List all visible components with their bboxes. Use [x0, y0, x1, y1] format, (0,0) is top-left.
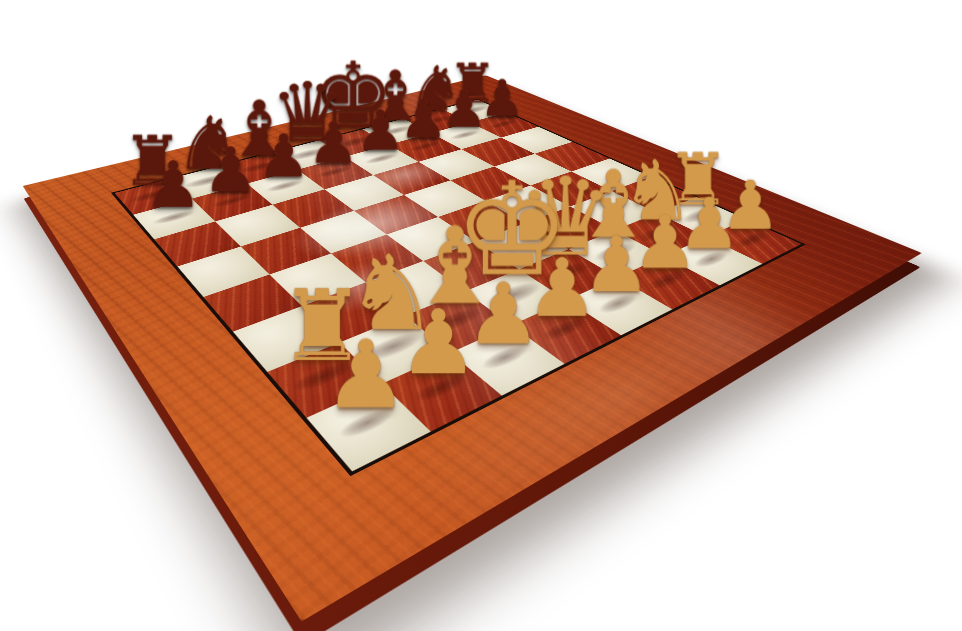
piece-white-pawn-a1: ♟ — [263, 328, 469, 422]
pawn-glyph: ♟ — [263, 328, 469, 422]
chess-board: ♜♞♝♛♚♝♞♜♟♟♟♟♟♟♟♟♜♞♝♚♛♝♞♜♟♟♟♟♟♟♟♟ — [23, 75, 922, 621]
photo-scene: ♜♞♝♛♚♝♞♜♟♟♟♟♟♟♟♟♜♞♝♚♛♝♞♜♟♟♟♟♟♟♟♟ — [0, 0, 962, 631]
